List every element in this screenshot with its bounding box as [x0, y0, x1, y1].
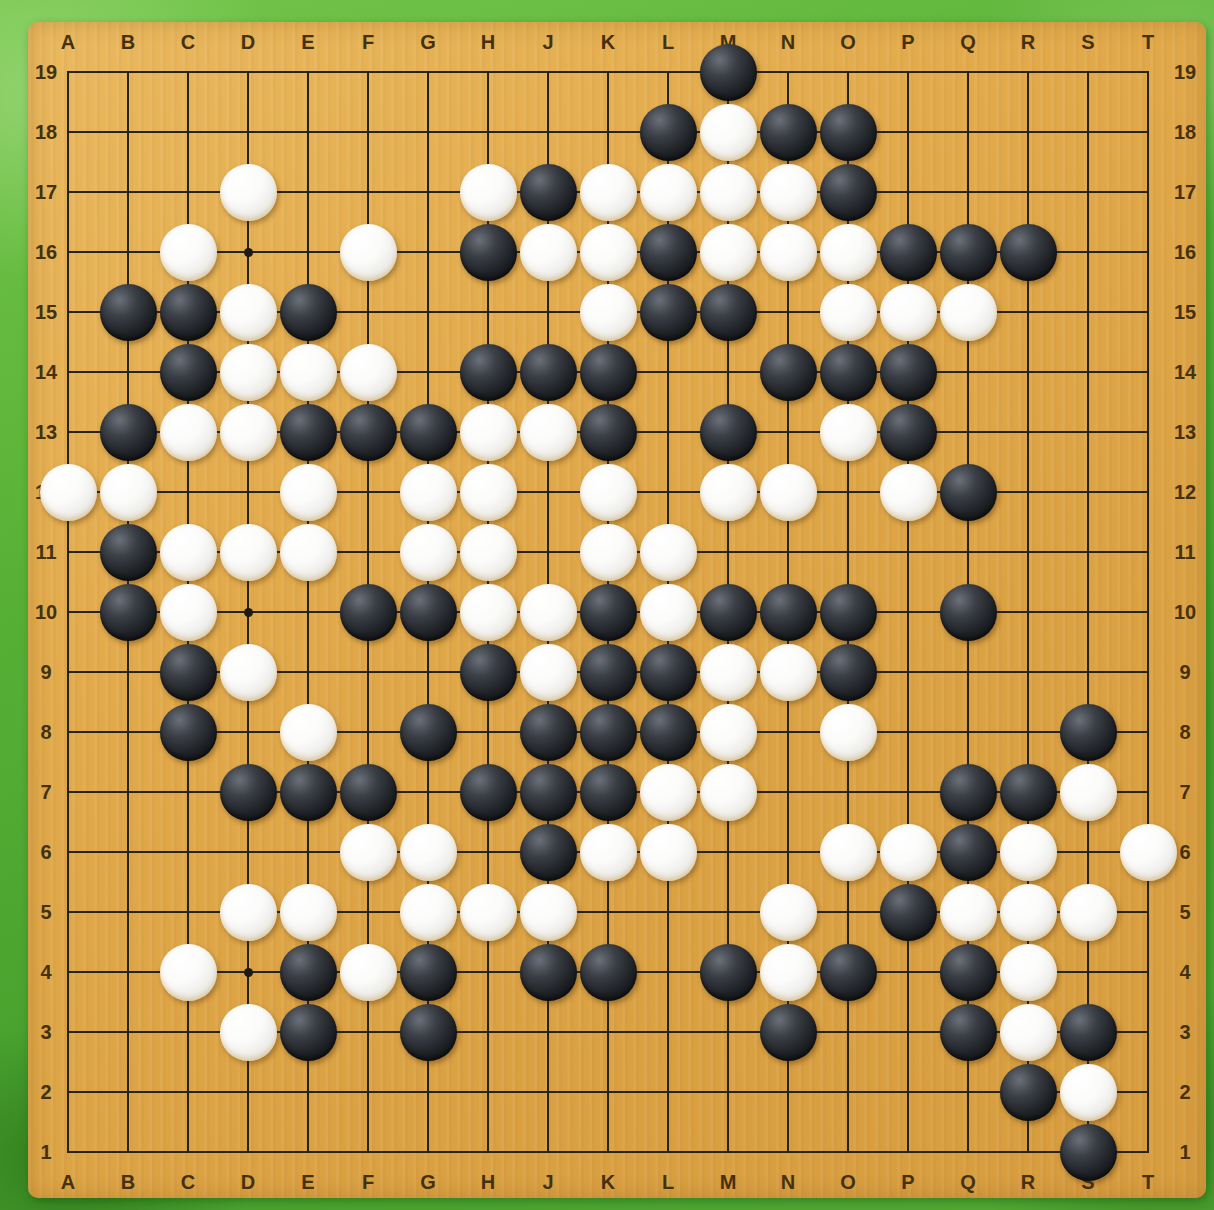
white-stone-S5 [1060, 884, 1117, 941]
col-label-bottom-F: F [346, 1170, 390, 1194]
grid-hline-2 [67, 1091, 1149, 1093]
col-label-bottom-B: B [106, 1170, 150, 1194]
row-label-left-16: 16 [24, 240, 68, 264]
white-stone-M18 [700, 104, 757, 161]
white-stone-K16 [580, 224, 637, 281]
grid-vline-T [1147, 71, 1149, 1153]
row-label-right-15: 15 [1163, 300, 1207, 324]
black-stone-M19 [700, 44, 757, 101]
col-label-top-T: T [1126, 30, 1170, 54]
col-label-top-F: F [346, 30, 390, 54]
white-stone-K11 [580, 524, 637, 581]
black-stone-Q10 [940, 584, 997, 641]
black-stone-C8 [160, 704, 217, 761]
white-stone-J5 [520, 884, 577, 941]
white-stone-J13 [520, 404, 577, 461]
black-stone-O14 [820, 344, 877, 401]
black-stone-S1 [1060, 1124, 1117, 1181]
white-stone-H13 [460, 404, 517, 461]
black-stone-R16 [1000, 224, 1057, 281]
col-label-bottom-P: P [886, 1170, 930, 1194]
white-stone-Q15 [940, 284, 997, 341]
white-stone-D11 [220, 524, 277, 581]
white-stone-D3 [220, 1004, 277, 1061]
black-stone-D7 [220, 764, 277, 821]
black-stone-M15 [700, 284, 757, 341]
black-stone-J6 [520, 824, 577, 881]
white-stone-M16 [700, 224, 757, 281]
row-label-left-15: 15 [24, 300, 68, 324]
row-label-left-3: 3 [24, 1020, 68, 1044]
black-stone-E7 [280, 764, 337, 821]
black-stone-R7 [1000, 764, 1057, 821]
col-label-bottom-A: A [46, 1170, 90, 1194]
row-label-left-18: 18 [24, 120, 68, 144]
row-label-left-19: 19 [24, 60, 68, 84]
white-stone-H12 [460, 464, 517, 521]
row-label-left-4: 4 [24, 960, 68, 984]
white-stone-P6 [880, 824, 937, 881]
black-stone-C14 [160, 344, 217, 401]
black-stone-F7 [340, 764, 397, 821]
black-stone-O4 [820, 944, 877, 1001]
black-stone-P16 [880, 224, 937, 281]
white-stone-H10 [460, 584, 517, 641]
black-stone-C9 [160, 644, 217, 701]
black-stone-B13 [100, 404, 157, 461]
row-label-right-16: 16 [1163, 240, 1207, 264]
col-label-bottom-H: H [466, 1170, 510, 1194]
black-stone-E4 [280, 944, 337, 1001]
row-label-left-6: 6 [24, 840, 68, 864]
white-stone-R5 [1000, 884, 1057, 941]
black-stone-H16 [460, 224, 517, 281]
col-label-bottom-D: D [226, 1170, 270, 1194]
black-stone-O9 [820, 644, 877, 701]
col-label-bottom-R: R [1006, 1170, 1050, 1194]
white-stone-E12 [280, 464, 337, 521]
white-stone-D15 [220, 284, 277, 341]
row-label-left-11: 11 [24, 540, 68, 564]
white-stone-D17 [220, 164, 277, 221]
col-label-bottom-C: C [166, 1170, 210, 1194]
col-label-top-O: O [826, 30, 870, 54]
black-stone-Q7 [940, 764, 997, 821]
row-label-right-14: 14 [1163, 360, 1207, 384]
col-label-top-Q: Q [946, 30, 990, 54]
white-stone-O16 [820, 224, 877, 281]
white-stone-G5 [400, 884, 457, 941]
white-stone-P12 [880, 464, 937, 521]
white-stone-H11 [460, 524, 517, 581]
white-stone-T6 [1120, 824, 1177, 881]
white-stone-C4 [160, 944, 217, 1001]
black-stone-N14 [760, 344, 817, 401]
white-stone-L7 [640, 764, 697, 821]
white-stone-L6 [640, 824, 697, 881]
white-stone-A12 [40, 464, 97, 521]
black-stone-G8 [400, 704, 457, 761]
black-stone-G13 [400, 404, 457, 461]
black-stone-Q12 [940, 464, 997, 521]
black-stone-Q16 [940, 224, 997, 281]
black-stone-B11 [100, 524, 157, 581]
white-stone-M17 [700, 164, 757, 221]
row-label-left-5: 5 [24, 900, 68, 924]
white-stone-H5 [460, 884, 517, 941]
black-stone-E15 [280, 284, 337, 341]
black-stone-K7 [580, 764, 637, 821]
white-stone-O6 [820, 824, 877, 881]
star-point-D16 [244, 248, 253, 257]
row-label-right-5: 5 [1163, 900, 1207, 924]
col-label-top-H: H [466, 30, 510, 54]
white-stone-L17 [640, 164, 697, 221]
white-stone-O8 [820, 704, 877, 761]
black-stone-H9 [460, 644, 517, 701]
col-label-top-N: N [766, 30, 810, 54]
white-stone-M8 [700, 704, 757, 761]
white-stone-E11 [280, 524, 337, 581]
black-stone-M4 [700, 944, 757, 1001]
white-stone-R4 [1000, 944, 1057, 1001]
black-stone-K14 [580, 344, 637, 401]
row-label-right-4: 4 [1163, 960, 1207, 984]
row-label-right-12: 12 [1163, 480, 1207, 504]
white-stone-N17 [760, 164, 817, 221]
col-label-bottom-G: G [406, 1170, 450, 1194]
col-label-top-A: A [46, 30, 90, 54]
white-stone-J10 [520, 584, 577, 641]
row-label-left-9: 9 [24, 660, 68, 684]
col-label-top-E: E [286, 30, 330, 54]
col-label-top-R: R [1006, 30, 1050, 54]
black-stone-G3 [400, 1004, 457, 1061]
black-stone-K8 [580, 704, 637, 761]
black-stone-E13 [280, 404, 337, 461]
row-label-right-11: 11 [1163, 540, 1207, 564]
white-stone-L10 [640, 584, 697, 641]
black-stone-L18 [640, 104, 697, 161]
black-stone-L9 [640, 644, 697, 701]
white-stone-P15 [880, 284, 937, 341]
black-stone-C15 [160, 284, 217, 341]
col-label-top-B: B [106, 30, 150, 54]
black-stone-J14 [520, 344, 577, 401]
black-stone-J7 [520, 764, 577, 821]
white-stone-C13 [160, 404, 217, 461]
black-stone-P5 [880, 884, 937, 941]
grid-hline-1 [67, 1151, 1149, 1153]
row-label-left-7: 7 [24, 780, 68, 804]
col-label-top-C: C [166, 30, 210, 54]
white-stone-E8 [280, 704, 337, 761]
row-label-left-13: 13 [24, 420, 68, 444]
black-stone-R2 [1000, 1064, 1057, 1121]
black-stone-H7 [460, 764, 517, 821]
row-label-right-8: 8 [1163, 720, 1207, 744]
white-stone-J9 [520, 644, 577, 701]
col-label-bottom-T: T [1126, 1170, 1170, 1194]
col-label-top-L: L [646, 30, 690, 54]
white-stone-N12 [760, 464, 817, 521]
black-stone-N3 [760, 1004, 817, 1061]
row-label-right-3: 3 [1163, 1020, 1207, 1044]
black-stone-S8 [1060, 704, 1117, 761]
black-stone-P13 [880, 404, 937, 461]
col-label-bottom-O: O [826, 1170, 870, 1194]
black-stone-O17 [820, 164, 877, 221]
col-label-top-P: P [886, 30, 930, 54]
black-stone-F10 [340, 584, 397, 641]
row-label-left-2: 2 [24, 1080, 68, 1104]
black-stone-J4 [520, 944, 577, 1001]
row-label-right-10: 10 [1163, 600, 1207, 624]
white-stone-R3 [1000, 1004, 1057, 1061]
white-stone-F16 [340, 224, 397, 281]
row-label-left-14: 14 [24, 360, 68, 384]
white-stone-N4 [760, 944, 817, 1001]
white-stone-G6 [400, 824, 457, 881]
white-stone-F6 [340, 824, 397, 881]
page-background: { "game": "go", "board": { "size": 19, "… [0, 0, 1214, 1210]
row-label-right-13: 13 [1163, 420, 1207, 444]
white-stone-M12 [700, 464, 757, 521]
black-stone-J8 [520, 704, 577, 761]
col-label-top-D: D [226, 30, 270, 54]
row-label-right-19: 19 [1163, 60, 1207, 84]
white-stone-K17 [580, 164, 637, 221]
row-label-right-2: 2 [1163, 1080, 1207, 1104]
row-label-left-8: 8 [24, 720, 68, 744]
black-stone-P14 [880, 344, 937, 401]
white-stone-K6 [580, 824, 637, 881]
row-label-right-7: 7 [1163, 780, 1207, 804]
black-stone-M13 [700, 404, 757, 461]
black-stone-B10 [100, 584, 157, 641]
black-stone-O10 [820, 584, 877, 641]
white-stone-F14 [340, 344, 397, 401]
white-stone-D5 [220, 884, 277, 941]
col-label-bottom-E: E [286, 1170, 330, 1194]
black-stone-S3 [1060, 1004, 1117, 1061]
white-stone-N16 [760, 224, 817, 281]
white-stone-G12 [400, 464, 457, 521]
black-stone-H14 [460, 344, 517, 401]
col-label-top-J: J [526, 30, 570, 54]
black-stone-Q6 [940, 824, 997, 881]
white-stone-R6 [1000, 824, 1057, 881]
grid-vline-S [1087, 71, 1089, 1153]
white-stone-O13 [820, 404, 877, 461]
black-stone-K4 [580, 944, 637, 1001]
row-label-left-10: 10 [24, 600, 68, 624]
black-stone-L15 [640, 284, 697, 341]
white-stone-O15 [820, 284, 877, 341]
black-stone-K10 [580, 584, 637, 641]
row-label-left-1: 1 [24, 1140, 68, 1164]
white-stone-L11 [640, 524, 697, 581]
black-stone-J17 [520, 164, 577, 221]
black-stone-B15 [100, 284, 157, 341]
black-stone-Q4 [940, 944, 997, 1001]
black-stone-Q3 [940, 1004, 997, 1061]
black-stone-E3 [280, 1004, 337, 1061]
row-label-right-18: 18 [1163, 120, 1207, 144]
white-stone-J16 [520, 224, 577, 281]
row-label-right-17: 17 [1163, 180, 1207, 204]
white-stone-D14 [220, 344, 277, 401]
row-label-right-1: 1 [1163, 1140, 1207, 1164]
row-label-right-9: 9 [1163, 660, 1207, 684]
black-stone-G10 [400, 584, 457, 641]
white-stone-B12 [100, 464, 157, 521]
white-stone-E14 [280, 344, 337, 401]
col-label-top-G: G [406, 30, 450, 54]
star-point-D4 [244, 968, 253, 977]
star-point-D10 [244, 608, 253, 617]
white-stone-G11 [400, 524, 457, 581]
black-stone-N10 [760, 584, 817, 641]
col-label-bottom-L: L [646, 1170, 690, 1194]
col-label-bottom-M: M [706, 1170, 750, 1194]
white-stone-Q5 [940, 884, 997, 941]
white-stone-M9 [700, 644, 757, 701]
white-stone-K15 [580, 284, 637, 341]
black-stone-M10 [700, 584, 757, 641]
black-stone-O18 [820, 104, 877, 161]
black-stone-F13 [340, 404, 397, 461]
col-label-bottom-J: J [526, 1170, 570, 1194]
col-label-top-K: K [586, 30, 630, 54]
black-stone-N18 [760, 104, 817, 161]
col-label-bottom-Q: Q [946, 1170, 990, 1194]
white-stone-F4 [340, 944, 397, 1001]
white-stone-S7 [1060, 764, 1117, 821]
white-stone-C11 [160, 524, 217, 581]
black-stone-L8 [640, 704, 697, 761]
white-stone-C10 [160, 584, 217, 641]
white-stone-H17 [460, 164, 517, 221]
black-stone-G4 [400, 944, 457, 1001]
white-stone-N9 [760, 644, 817, 701]
black-stone-L16 [640, 224, 697, 281]
col-label-top-S: S [1066, 30, 1110, 54]
black-stone-K9 [580, 644, 637, 701]
white-stone-K12 [580, 464, 637, 521]
row-label-left-17: 17 [24, 180, 68, 204]
white-stone-D9 [220, 644, 277, 701]
white-stone-M7 [700, 764, 757, 821]
white-stone-E5 [280, 884, 337, 941]
white-stone-C16 [160, 224, 217, 281]
white-stone-N5 [760, 884, 817, 941]
go-board[interactable]: AA1919BB1818CC1717DD1616EE1515FF1414GG13… [28, 22, 1206, 1198]
col-label-bottom-N: N [766, 1170, 810, 1194]
col-label-bottom-K: K [586, 1170, 630, 1194]
white-stone-S2 [1060, 1064, 1117, 1121]
black-stone-K13 [580, 404, 637, 461]
white-stone-D13 [220, 404, 277, 461]
